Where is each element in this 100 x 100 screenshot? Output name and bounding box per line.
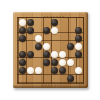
board-cell-D1[interactable]: [42, 18, 50, 26]
board-cell-B6[interactable]: [26, 59, 34, 67]
board-cell-G1[interactable]: [67, 18, 75, 26]
board-cell-F7[interactable]: [59, 67, 67, 75]
board-cell-B2[interactable]: [26, 26, 34, 34]
black-stone-G4: [67, 43, 74, 50]
board-cell-C6[interactable]: [34, 59, 42, 67]
board-cell-H2[interactable]: [75, 26, 83, 34]
white-stone-A1: [19, 19, 26, 26]
black-stone-A7: [19, 67, 26, 74]
board-cell-G4[interactable]: [67, 42, 75, 50]
board-cell-F5[interactable]: [59, 51, 67, 59]
black-stone-D2: [43, 27, 50, 34]
white-stone-B7: [27, 67, 34, 74]
board-cell-B4[interactable]: [26, 42, 34, 50]
board-cell-F3[interactable]: [59, 34, 67, 42]
board-cell-B5[interactable]: [26, 51, 34, 59]
white-stone-C3: [35, 35, 42, 42]
board-cell-D4[interactable]: [42, 42, 50, 50]
board-cell-D3[interactable]: [42, 34, 50, 42]
board-cell-A5[interactable]: [18, 51, 26, 59]
board-cell-F6[interactable]: [59, 59, 67, 67]
board-cell-C5[interactable]: [34, 51, 42, 59]
board-cell-D7[interactable]: [42, 67, 50, 75]
board-cell-E8[interactable]: [51, 75, 59, 83]
board-cell-E2[interactable]: [51, 26, 59, 34]
board-cell-H3[interactable]: [75, 34, 83, 42]
board-cell-D5[interactable]: [42, 51, 50, 59]
board-cell-C3[interactable]: [34, 34, 42, 42]
board-cell-A1[interactable]: [18, 18, 26, 26]
board-cell-E1[interactable]: [51, 18, 59, 26]
white-stone-C7: [35, 67, 42, 74]
black-stone-E7: [51, 67, 58, 74]
board-cell-F1[interactable]: [59, 18, 67, 26]
board-cell-B8[interactable]: [26, 75, 34, 83]
board-brand-marks-bottom: ▪ ▪ ▪ ▪ ▪ ▪: [42, 84, 59, 87]
black-stone-H5: [75, 51, 82, 58]
board-cell-C1[interactable]: [34, 18, 42, 26]
board-cell-H8[interactable]: [75, 75, 83, 83]
board-cell-A2[interactable]: [18, 26, 26, 34]
black-stone-E1: [51, 19, 58, 26]
board-cell-H1[interactable]: [75, 18, 83, 26]
white-stone-E2: [51, 27, 58, 34]
board-cell-B3[interactable]: [26, 34, 34, 42]
black-stone-A2: [19, 27, 26, 34]
board-cell-H7[interactable]: [75, 67, 83, 75]
board-cell-G6[interactable]: [67, 59, 75, 67]
board-cell-B7[interactable]: [26, 67, 34, 75]
board-cell-E6[interactable]: [51, 59, 59, 67]
white-stone-G6: [67, 59, 74, 66]
black-stone-A3: [19, 35, 26, 42]
black-stone-F7: [59, 67, 66, 74]
board-cell-A4[interactable]: [18, 42, 26, 50]
white-stone-F5: [59, 51, 66, 58]
board-cell-E4[interactable]: [51, 42, 59, 50]
board-cell-C8[interactable]: [34, 75, 42, 83]
board-cell-G3[interactable]: [67, 34, 75, 42]
board-cell-C4[interactable]: [34, 42, 42, 50]
black-stone-D5: [43, 51, 50, 58]
black-stone-H2: [75, 27, 82, 34]
board-cell-E3[interactable]: [51, 34, 59, 42]
board-cell-G8[interactable]: [67, 75, 75, 83]
board-cell-A3[interactable]: [18, 34, 26, 42]
board-cell-A8[interactable]: [18, 75, 26, 83]
black-stone-D6: [43, 59, 50, 66]
board-cell-E7[interactable]: [51, 67, 59, 75]
board-cell-H5[interactable]: [75, 51, 83, 59]
board-cell-G2[interactable]: [67, 26, 75, 34]
black-stone-H3: [75, 35, 82, 42]
board-cell-C7[interactable]: [34, 67, 42, 75]
black-stone-A5: [19, 51, 26, 58]
board-cell-C2[interactable]: [34, 26, 42, 34]
board-cell-A6[interactable]: [18, 59, 26, 67]
black-stone-C4: [35, 43, 42, 50]
board-cell-B1[interactable]: [26, 18, 34, 26]
board-cell-A7[interactable]: [18, 67, 26, 75]
black-stone-B1: [27, 19, 34, 26]
black-stone-G8: [67, 75, 74, 82]
photo-background: ▪ ▪ ▪ ▪ ▪ ▪ ▪ ▪ ▪ ▪ ▪ ▪ ▪: [0, 0, 100, 100]
board-cell-F8[interactable]: [59, 75, 67, 83]
board-cell-G7[interactable]: [67, 67, 75, 75]
white-stone-E5: [51, 51, 58, 58]
white-stone-H4: [75, 43, 82, 50]
go-board: ▪ ▪ ▪ ▪ ▪ ▪ ▪ ▪ ▪ ▪ ▪ ▪ ▪: [13, 12, 88, 88]
board-cell-F2[interactable]: [59, 26, 67, 34]
black-stone-A6: [19, 59, 26, 66]
white-stone-H7: [75, 67, 82, 74]
board-cell-D6[interactable]: [42, 59, 50, 67]
board-cell-D2[interactable]: [42, 26, 50, 34]
white-stone-D4: [43, 43, 50, 50]
black-stone-B2: [27, 27, 34, 34]
board-cell-E5[interactable]: [51, 51, 59, 59]
board-cell-H4[interactable]: [75, 42, 83, 50]
black-stone-B5: [27, 51, 34, 58]
go-board-grid: [17, 17, 84, 84]
board-cell-H6[interactable]: [75, 59, 83, 67]
board-cell-F4[interactable]: [59, 42, 67, 50]
board-cell-D8[interactable]: [42, 75, 50, 83]
board-cell-G5[interactable]: [67, 51, 75, 59]
black-stone-E6: [51, 59, 58, 66]
white-stone-F6: [59, 59, 66, 66]
